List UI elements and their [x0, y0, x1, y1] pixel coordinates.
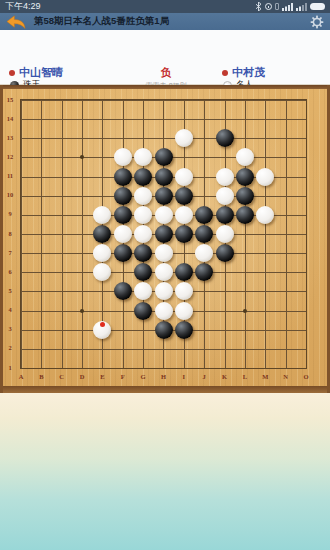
white-stone-g9	[134, 206, 152, 224]
col-label-b: B	[34, 373, 48, 380]
black-stone-h12	[155, 148, 173, 166]
row-label-4: 4	[3, 306, 17, 313]
row-label-2: 2	[3, 344, 17, 351]
col-label-m: M	[258, 373, 272, 380]
app-screen: 下午4:29 第58期日本名人战5番胜负第1局	[0, 0, 330, 550]
col-label-j: J	[197, 373, 211, 380]
row-label-15: 15	[3, 96, 17, 103]
back-button[interactable]	[4, 14, 28, 29]
col-label-h: H	[157, 373, 171, 380]
col-label-n: N	[279, 373, 293, 380]
black-stone-h3	[155, 321, 173, 339]
black-stone-k7	[216, 244, 234, 262]
battery-icon	[310, 3, 325, 10]
black-stone-f5	[114, 282, 132, 300]
col-label-g: G	[136, 373, 150, 380]
red-dot-icon	[9, 70, 15, 76]
footer-banner: 赛事直播 专业竞技	[0, 393, 330, 550]
row-label-10: 10	[3, 191, 17, 198]
white-stone-h7	[155, 244, 173, 262]
white-stone-g12	[134, 148, 152, 166]
white-stone-i11	[175, 168, 193, 186]
col-label-o: O	[299, 373, 313, 380]
black-stone-l10	[236, 187, 254, 205]
black-stone-f11	[114, 168, 132, 186]
red-dot-icon	[222, 70, 228, 76]
player-panel: 中山智晴 珠王 2020年10月10日 负 索索夫-8规则 中村茂 名人	[0, 30, 330, 85]
alarm-icon	[265, 3, 272, 10]
white-stone-e9	[93, 206, 111, 224]
black-stone-l11	[236, 168, 254, 186]
white-stone-i9	[175, 206, 193, 224]
vibrate-icon	[275, 3, 279, 10]
white-stone-m9	[256, 206, 274, 224]
white-stone-j7	[195, 244, 213, 262]
black-stone-i6	[175, 263, 193, 281]
white-stone-h9	[155, 206, 173, 224]
white-stone-h6	[155, 263, 173, 281]
bluetooth-icon	[255, 2, 262, 11]
star-point-d4	[80, 309, 84, 313]
black-stone-g4	[134, 302, 152, 320]
row-label-9: 9	[3, 210, 17, 217]
white-stone-i13	[175, 129, 193, 147]
player-left-name-row: 中山智晴	[9, 65, 63, 80]
col-label-c: C	[55, 373, 69, 380]
black-stone-e8	[93, 225, 111, 243]
black-stone-k13	[216, 129, 234, 147]
player-left-name: 中山智晴	[19, 65, 63, 80]
black-stone-j9	[195, 206, 213, 224]
col-label-f: F	[116, 373, 130, 380]
white-stone-k11	[216, 168, 234, 186]
player-right-name: 中村茂	[232, 65, 265, 80]
white-stone-h5	[155, 282, 173, 300]
black-stone-i3	[175, 321, 193, 339]
board-frame-bottom	[0, 386, 330, 393]
signal-sim1-icon	[282, 3, 293, 11]
board-frame-top	[0, 85, 330, 89]
title-bar: 第58期日本名人战5番胜负第1局	[0, 13, 330, 30]
black-stone-h8	[155, 225, 173, 243]
white-stone-h4	[155, 302, 173, 320]
white-stone-k10	[216, 187, 234, 205]
black-stone-l9	[236, 206, 254, 224]
white-stone-e3	[93, 321, 111, 339]
black-stone-h11	[155, 168, 173, 186]
result-text: 负	[130, 66, 202, 80]
white-stone-e7	[93, 244, 111, 262]
row-label-3: 3	[3, 325, 17, 332]
white-stone-g5	[134, 282, 152, 300]
board-grid[interactable]	[20, 99, 307, 369]
white-stone-i5	[175, 282, 193, 300]
black-stone-f7	[114, 244, 132, 262]
signal-sim2-icon	[296, 3, 307, 11]
white-stone-i4	[175, 302, 193, 320]
row-label-12: 12	[3, 153, 17, 160]
white-stone-f12	[114, 148, 132, 166]
black-stone-h10	[155, 187, 173, 205]
row-label-6: 6	[3, 268, 17, 275]
row-label-1: 1	[3, 364, 17, 371]
black-stone-g7	[134, 244, 152, 262]
black-stone-k9	[216, 206, 234, 224]
renju-board: 151413121110987654321 ABCDEFGHIJKLMNO	[0, 85, 330, 393]
settings-button[interactable]	[308, 14, 325, 29]
status-icons	[255, 2, 325, 11]
black-stone-g11	[134, 168, 152, 186]
black-stone-i10	[175, 187, 193, 205]
gear-icon	[310, 15, 324, 29]
white-stone-l12	[236, 148, 254, 166]
page-title: 第58期日本名人战5番胜负第1局	[34, 15, 169, 28]
row-label-8: 8	[3, 230, 17, 237]
col-label-d: D	[75, 373, 89, 380]
black-stone-j8	[195, 225, 213, 243]
black-stone-i8	[175, 225, 193, 243]
row-label-7: 7	[3, 249, 17, 256]
col-label-l: L	[238, 373, 252, 380]
col-label-a: A	[14, 373, 28, 380]
star-point-l4	[243, 309, 247, 313]
col-label-i: I	[177, 373, 191, 380]
white-stone-f8	[114, 225, 132, 243]
star-point-d12	[80, 155, 84, 159]
player-right-name-row: 中村茂	[222, 65, 265, 80]
row-label-5: 5	[3, 287, 17, 294]
col-label-e: E	[95, 373, 109, 380]
white-stone-g10	[134, 187, 152, 205]
row-label-14: 14	[3, 115, 17, 122]
clock-time: 下午4:29	[5, 0, 41, 13]
white-stone-m11	[256, 168, 274, 186]
last-move-marker	[100, 322, 105, 327]
black-stone-f10	[114, 187, 132, 205]
white-stone-k8	[216, 225, 234, 243]
row-label-11: 11	[3, 172, 17, 179]
black-stone-j6	[195, 263, 213, 281]
white-stone-g8	[134, 225, 152, 243]
row-label-13: 13	[3, 134, 17, 141]
black-stone-g6	[134, 263, 152, 281]
status-bar: 下午4:29	[0, 0, 330, 13]
white-stone-e6	[93, 263, 111, 281]
col-label-k: K	[218, 373, 232, 380]
back-arrow-icon	[6, 15, 26, 29]
black-stone-f9	[114, 206, 132, 224]
